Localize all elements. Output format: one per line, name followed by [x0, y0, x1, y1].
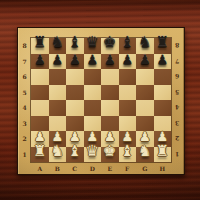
square-b5[interactable]	[49, 85, 67, 101]
square-f8[interactable]: ♝	[119, 38, 137, 54]
piece-white-knight[interactable]: ♞	[138, 144, 151, 159]
square-b6[interactable]	[49, 69, 67, 85]
square-c2[interactable]: ♟	[66, 131, 84, 147]
piece-black-pawn[interactable]: ♟	[156, 53, 168, 66]
square-e6[interactable]	[101, 69, 119, 85]
file-label-e: E	[107, 165, 112, 172]
square-g7[interactable]: ♟	[136, 54, 154, 70]
piece-white-rook[interactable]: ♜	[33, 144, 46, 159]
square-f7[interactable]: ♟	[119, 54, 137, 70]
rank-label-left-8: 8	[22, 42, 26, 49]
square-b8[interactable]: ♞	[49, 38, 67, 54]
piece-white-pawn[interactable]: ♟	[34, 130, 46, 143]
square-h3[interactable]	[154, 116, 172, 132]
piece-white-pawn[interactable]: ♟	[86, 130, 98, 143]
rank-label-left-5: 5	[22, 89, 26, 96]
piece-white-pawn[interactable]: ♟	[51, 130, 63, 143]
square-b3[interactable]	[49, 116, 67, 132]
rank-label-left-7: 7	[22, 58, 26, 65]
piece-black-knight[interactable]: ♞	[51, 35, 64, 50]
square-g1[interactable]: ♞	[136, 147, 154, 163]
square-e1[interactable]: ♚	[101, 147, 119, 163]
square-g6[interactable]	[136, 69, 154, 85]
piece-black-king[interactable]: ♚	[103, 35, 116, 50]
rank-label-left-6: 6	[22, 73, 26, 80]
file-label-d: D	[90, 165, 95, 172]
square-g2[interactable]: ♟	[136, 131, 154, 147]
square-c8[interactable]: ♝	[66, 38, 84, 54]
piece-black-pawn[interactable]: ♟	[34, 53, 46, 66]
rank-label-right-3: 3	[175, 120, 179, 127]
square-h1[interactable]: ♜	[154, 147, 172, 163]
square-h2[interactable]: ♟	[154, 131, 172, 147]
square-a4[interactable]	[31, 100, 49, 116]
square-a2[interactable]: ♟	[31, 131, 49, 147]
piece-black-bishop[interactable]: ♝	[68, 35, 81, 50]
square-c1[interactable]: ♝	[66, 147, 84, 163]
square-b7[interactable]: ♟	[49, 54, 67, 70]
square-c7[interactable]: ♟	[66, 54, 84, 70]
rank-label-right-5: 5	[175, 89, 179, 96]
square-d4[interactable]	[84, 100, 102, 116]
square-d6[interactable]	[84, 69, 102, 85]
piece-black-bishop[interactable]: ♝	[121, 35, 134, 50]
rank-labels-left: 87654321	[18, 38, 31, 162]
piece-white-pawn[interactable]: ♟	[69, 130, 81, 143]
rank-label-right-1: 1	[175, 151, 179, 158]
square-g5[interactable]	[136, 85, 154, 101]
file-label-h: H	[159, 165, 165, 172]
piece-black-pawn[interactable]: ♟	[69, 53, 81, 66]
piece-white-pawn[interactable]: ♟	[104, 130, 116, 143]
piece-black-knight[interactable]: ♞	[138, 35, 151, 50]
square-e8[interactable]: ♚	[101, 38, 119, 54]
square-f5[interactable]	[119, 85, 137, 101]
square-e4[interactable]	[101, 100, 119, 116]
rank-label-left-3: 3	[22, 120, 26, 127]
piece-white-king[interactable]: ♚	[103, 144, 116, 159]
square-f6[interactable]	[119, 69, 137, 85]
piece-white-pawn[interactable]: ♟	[121, 130, 133, 143]
piece-white-pawn[interactable]: ♟	[156, 130, 168, 143]
square-h4[interactable]	[154, 100, 172, 116]
square-a1[interactable]: ♜	[31, 147, 49, 163]
rank-label-right-7: 7	[175, 58, 179, 65]
chess-board: ♜♞♝♛♚♝♞♜♟♟♟♟♟♟♟♟♟♟♟♟♟♟♟♟♜♞♝♛♚♝♞♜ 8765432…	[17, 27, 185, 175]
piece-black-pawn[interactable]: ♟	[121, 53, 133, 66]
square-d3[interactable]	[84, 116, 102, 132]
square-g8[interactable]: ♞	[136, 38, 154, 54]
rank-label-left-4: 4	[22, 104, 26, 111]
square-e2[interactable]: ♟	[101, 131, 119, 147]
square-a3[interactable]	[31, 116, 49, 132]
piece-black-queen[interactable]: ♛	[86, 35, 99, 50]
piece-white-bishop[interactable]: ♝	[68, 144, 81, 159]
file-label-f: F	[125, 165, 129, 172]
square-e5[interactable]	[101, 85, 119, 101]
file-labels-bottom: ABCDEFGH	[31, 162, 171, 174]
rank-label-left-1: 1	[22, 151, 26, 158]
square-h8[interactable]: ♜	[154, 38, 172, 54]
rank-label-right-4: 4	[175, 104, 179, 111]
piece-black-pawn[interactable]: ♟	[51, 53, 63, 66]
piece-black-rook[interactable]: ♜	[156, 35, 169, 50]
file-label-a: A	[37, 165, 42, 172]
piece-white-queen[interactable]: ♛	[86, 144, 99, 159]
piece-white-knight[interactable]: ♞	[51, 144, 64, 159]
board-grid: ♜♞♝♛♚♝♞♜♟♟♟♟♟♟♟♟♟♟♟♟♟♟♟♟♜♞♝♛♚♝♞♜	[31, 38, 171, 162]
rank-label-right-6: 6	[175, 73, 179, 80]
piece-white-rook[interactable]: ♜	[156, 144, 169, 159]
square-f4[interactable]	[119, 100, 137, 116]
square-d7[interactable]: ♟	[84, 54, 102, 70]
square-d2[interactable]: ♟	[84, 131, 102, 147]
piece-white-pawn[interactable]: ♟	[139, 130, 151, 143]
square-c5[interactable]	[66, 85, 84, 101]
file-label-c: C	[72, 165, 77, 172]
square-b4[interactable]	[49, 100, 67, 116]
square-d5[interactable]	[84, 85, 102, 101]
file-label-b: B	[55, 165, 60, 172]
square-h6[interactable]	[154, 69, 172, 85]
square-e3[interactable]	[101, 116, 119, 132]
square-b1[interactable]: ♞	[49, 147, 67, 163]
square-c6[interactable]	[66, 69, 84, 85]
square-f3[interactable]	[119, 116, 137, 132]
square-f2[interactable]: ♟	[119, 131, 137, 147]
piece-black-pawn[interactable]: ♟	[139, 53, 151, 66]
rank-label-right-2: 2	[175, 135, 179, 142]
piece-black-pawn[interactable]: ♟	[104, 53, 116, 66]
piece-black-pawn[interactable]: ♟	[86, 53, 98, 66]
rank-label-left-2: 2	[22, 135, 26, 142]
square-c4[interactable]	[66, 100, 84, 116]
square-g4[interactable]	[136, 100, 154, 116]
square-a5[interactable]	[31, 85, 49, 101]
square-b2[interactable]: ♟	[49, 131, 67, 147]
square-c3[interactable]	[66, 116, 84, 132]
square-f1[interactable]: ♝	[119, 147, 137, 163]
square-g3[interactable]	[136, 116, 154, 132]
square-a6[interactable]	[31, 69, 49, 85]
rank-label-right-8: 8	[175, 42, 179, 49]
square-e7[interactable]: ♟	[101, 54, 119, 70]
piece-white-bishop[interactable]: ♝	[121, 144, 134, 159]
square-h5[interactable]	[154, 85, 172, 101]
piece-black-rook[interactable]: ♜	[33, 35, 46, 50]
square-a7[interactable]: ♟	[31, 54, 49, 70]
file-label-g: G	[142, 165, 147, 172]
square-h7[interactable]: ♟	[154, 54, 172, 70]
square-a8[interactable]: ♜	[31, 38, 49, 54]
wood-table: ♜♞♝♛♚♝♞♜♟♟♟♟♟♟♟♟♟♟♟♟♟♟♟♟♜♞♝♛♚♝♞♜ 8765432…	[0, 0, 200, 200]
rank-labels-right: 87654321	[171, 38, 184, 162]
square-d8[interactable]: ♛	[84, 38, 102, 54]
square-d1[interactable]: ♛	[84, 147, 102, 163]
